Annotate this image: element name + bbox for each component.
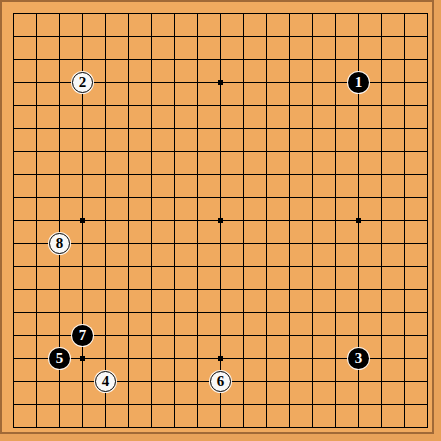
stone-white-6: 6 [210, 371, 231, 392]
board-intersections: 12345678 [2, 2, 439, 439]
stone-black-5: 5 [49, 348, 70, 369]
hoshi-point [356, 218, 361, 223]
hoshi-point [218, 356, 223, 361]
stone-black-1: 1 [348, 72, 369, 93]
stone-white-4: 4 [95, 371, 116, 392]
hoshi-point [80, 218, 85, 223]
hoshi-point [80, 356, 85, 361]
stone-white-8: 8 [49, 233, 70, 254]
hoshi-point [218, 218, 223, 223]
hoshi-point [218, 80, 223, 85]
stone-white-2: 2 [72, 72, 93, 93]
stone-black-7: 7 [72, 325, 93, 346]
go-board: 12345678 [0, 0, 441, 441]
stone-black-3: 3 [348, 348, 369, 369]
